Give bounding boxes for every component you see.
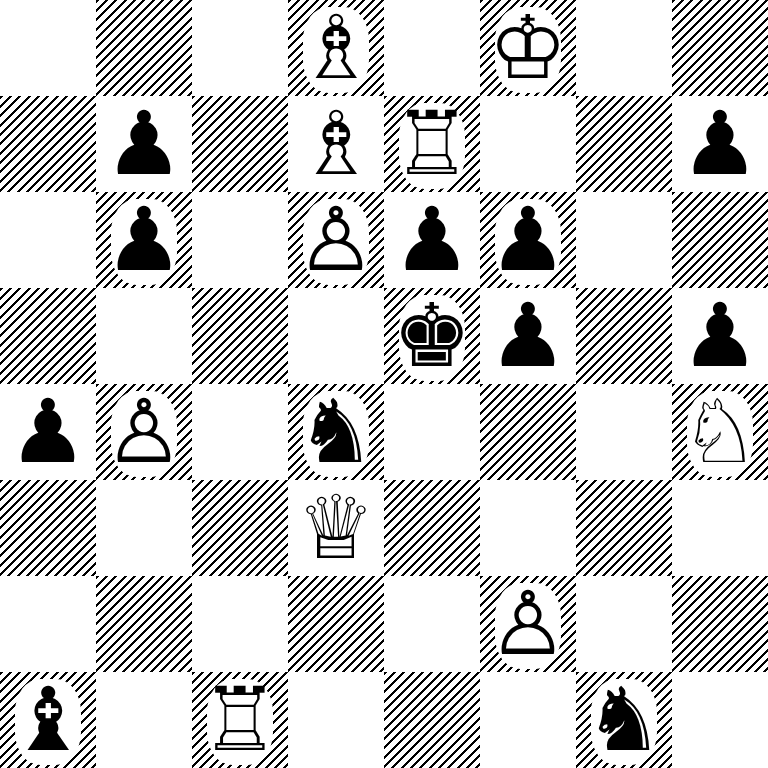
square-f7[interactable] bbox=[480, 96, 576, 192]
piece-white-bishop[interactable]: ♗ bbox=[297, 0, 376, 96]
square-g5[interactable] bbox=[576, 288, 672, 384]
square-b7[interactable]: ♟ bbox=[96, 96, 192, 192]
square-a4[interactable]: ♟ bbox=[0, 384, 96, 480]
square-c7[interactable] bbox=[192, 96, 288, 192]
square-a6[interactable] bbox=[0, 192, 96, 288]
chess-board: ♗♔♟♗♖♟♟♙♟♟♚♟♟♟♙♞♘♕♙♝♖♞ bbox=[0, 0, 768, 768]
square-e1[interactable] bbox=[384, 672, 480, 768]
square-e7[interactable]: ♖ bbox=[384, 96, 480, 192]
square-b5[interactable] bbox=[96, 288, 192, 384]
square-d8[interactable]: ♗ bbox=[288, 0, 384, 96]
square-h1[interactable] bbox=[672, 672, 768, 768]
square-g2[interactable] bbox=[576, 576, 672, 672]
square-g1[interactable]: ♞ bbox=[576, 672, 672, 768]
square-e8[interactable] bbox=[384, 0, 480, 96]
square-h7[interactable]: ♟ bbox=[672, 96, 768, 192]
square-b3[interactable] bbox=[96, 480, 192, 576]
square-b1[interactable] bbox=[96, 672, 192, 768]
square-h2[interactable] bbox=[672, 576, 768, 672]
square-f1[interactable] bbox=[480, 672, 576, 768]
piece-black-pawn[interactable]: ♟ bbox=[393, 192, 472, 288]
square-f2[interactable]: ♙ bbox=[480, 576, 576, 672]
square-d2[interactable] bbox=[288, 576, 384, 672]
square-f3[interactable] bbox=[480, 480, 576, 576]
square-c6[interactable] bbox=[192, 192, 288, 288]
piece-white-knight[interactable]: ♘ bbox=[681, 384, 760, 480]
square-g7[interactable] bbox=[576, 96, 672, 192]
piece-black-knight[interactable]: ♞ bbox=[585, 672, 664, 768]
piece-black-pawn[interactable]: ♟ bbox=[105, 96, 184, 192]
square-c3[interactable] bbox=[192, 480, 288, 576]
piece-white-pawn[interactable]: ♙ bbox=[489, 576, 568, 672]
square-c1[interactable]: ♖ bbox=[192, 672, 288, 768]
square-g3[interactable] bbox=[576, 480, 672, 576]
square-a7[interactable] bbox=[0, 96, 96, 192]
piece-black-knight[interactable]: ♞ bbox=[297, 384, 376, 480]
piece-black-pawn[interactable]: ♟ bbox=[681, 96, 760, 192]
square-b4[interactable]: ♙ bbox=[96, 384, 192, 480]
piece-black-pawn[interactable]: ♟ bbox=[489, 288, 568, 384]
square-h6[interactable] bbox=[672, 192, 768, 288]
piece-white-rook[interactable]: ♖ bbox=[393, 96, 472, 192]
square-e6[interactable]: ♟ bbox=[384, 192, 480, 288]
square-d6[interactable]: ♙ bbox=[288, 192, 384, 288]
square-f8[interactable]: ♔ bbox=[480, 0, 576, 96]
piece-black-pawn[interactable]: ♟ bbox=[489, 192, 568, 288]
piece-black-pawn[interactable]: ♟ bbox=[681, 288, 760, 384]
piece-black-pawn[interactable]: ♟ bbox=[105, 192, 184, 288]
square-d1[interactable] bbox=[288, 672, 384, 768]
piece-black-pawn[interactable]: ♟ bbox=[9, 384, 88, 480]
piece-white-pawn[interactable]: ♙ bbox=[105, 384, 184, 480]
square-g8[interactable] bbox=[576, 0, 672, 96]
square-d5[interactable] bbox=[288, 288, 384, 384]
square-c8[interactable] bbox=[192, 0, 288, 96]
square-c4[interactable] bbox=[192, 384, 288, 480]
square-c5[interactable] bbox=[192, 288, 288, 384]
square-d7[interactable]: ♗ bbox=[288, 96, 384, 192]
square-f4[interactable] bbox=[480, 384, 576, 480]
square-b6[interactable]: ♟ bbox=[96, 192, 192, 288]
square-d3[interactable]: ♕ bbox=[288, 480, 384, 576]
square-g4[interactable] bbox=[576, 384, 672, 480]
square-e5[interactable]: ♚ bbox=[384, 288, 480, 384]
square-h5[interactable]: ♟ bbox=[672, 288, 768, 384]
square-a1[interactable]: ♝ bbox=[0, 672, 96, 768]
square-h3[interactable] bbox=[672, 480, 768, 576]
square-g6[interactable] bbox=[576, 192, 672, 288]
piece-black-king[interactable]: ♚ bbox=[393, 288, 472, 384]
square-a5[interactable] bbox=[0, 288, 96, 384]
piece-white-queen[interactable]: ♕ bbox=[297, 480, 376, 576]
square-f6[interactable]: ♟ bbox=[480, 192, 576, 288]
square-h4[interactable]: ♘ bbox=[672, 384, 768, 480]
square-a2[interactable] bbox=[0, 576, 96, 672]
square-b2[interactable] bbox=[96, 576, 192, 672]
piece-white-pawn[interactable]: ♙ bbox=[297, 192, 376, 288]
piece-white-bishop[interactable]: ♗ bbox=[297, 96, 376, 192]
square-e4[interactable] bbox=[384, 384, 480, 480]
square-e3[interactable] bbox=[384, 480, 480, 576]
square-b8[interactable] bbox=[96, 0, 192, 96]
square-a3[interactable] bbox=[0, 480, 96, 576]
square-e2[interactable] bbox=[384, 576, 480, 672]
square-f5[interactable]: ♟ bbox=[480, 288, 576, 384]
piece-white-rook[interactable]: ♖ bbox=[201, 672, 280, 768]
square-h8[interactable] bbox=[672, 0, 768, 96]
square-c2[interactable] bbox=[192, 576, 288, 672]
square-d4[interactable]: ♞ bbox=[288, 384, 384, 480]
square-a8[interactable] bbox=[0, 0, 96, 96]
piece-white-king[interactable]: ♔ bbox=[489, 0, 568, 96]
piece-black-bishop[interactable]: ♝ bbox=[9, 672, 88, 768]
